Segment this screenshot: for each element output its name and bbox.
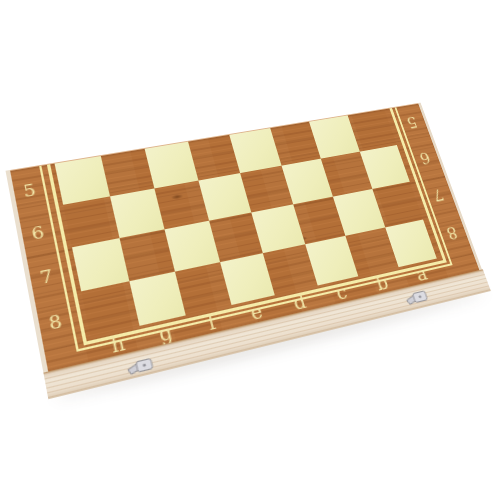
clasp-right xyxy=(401,288,430,308)
product-photo: 5678 5678 hgfedcba xyxy=(0,0,500,500)
latch-icon xyxy=(402,289,431,309)
